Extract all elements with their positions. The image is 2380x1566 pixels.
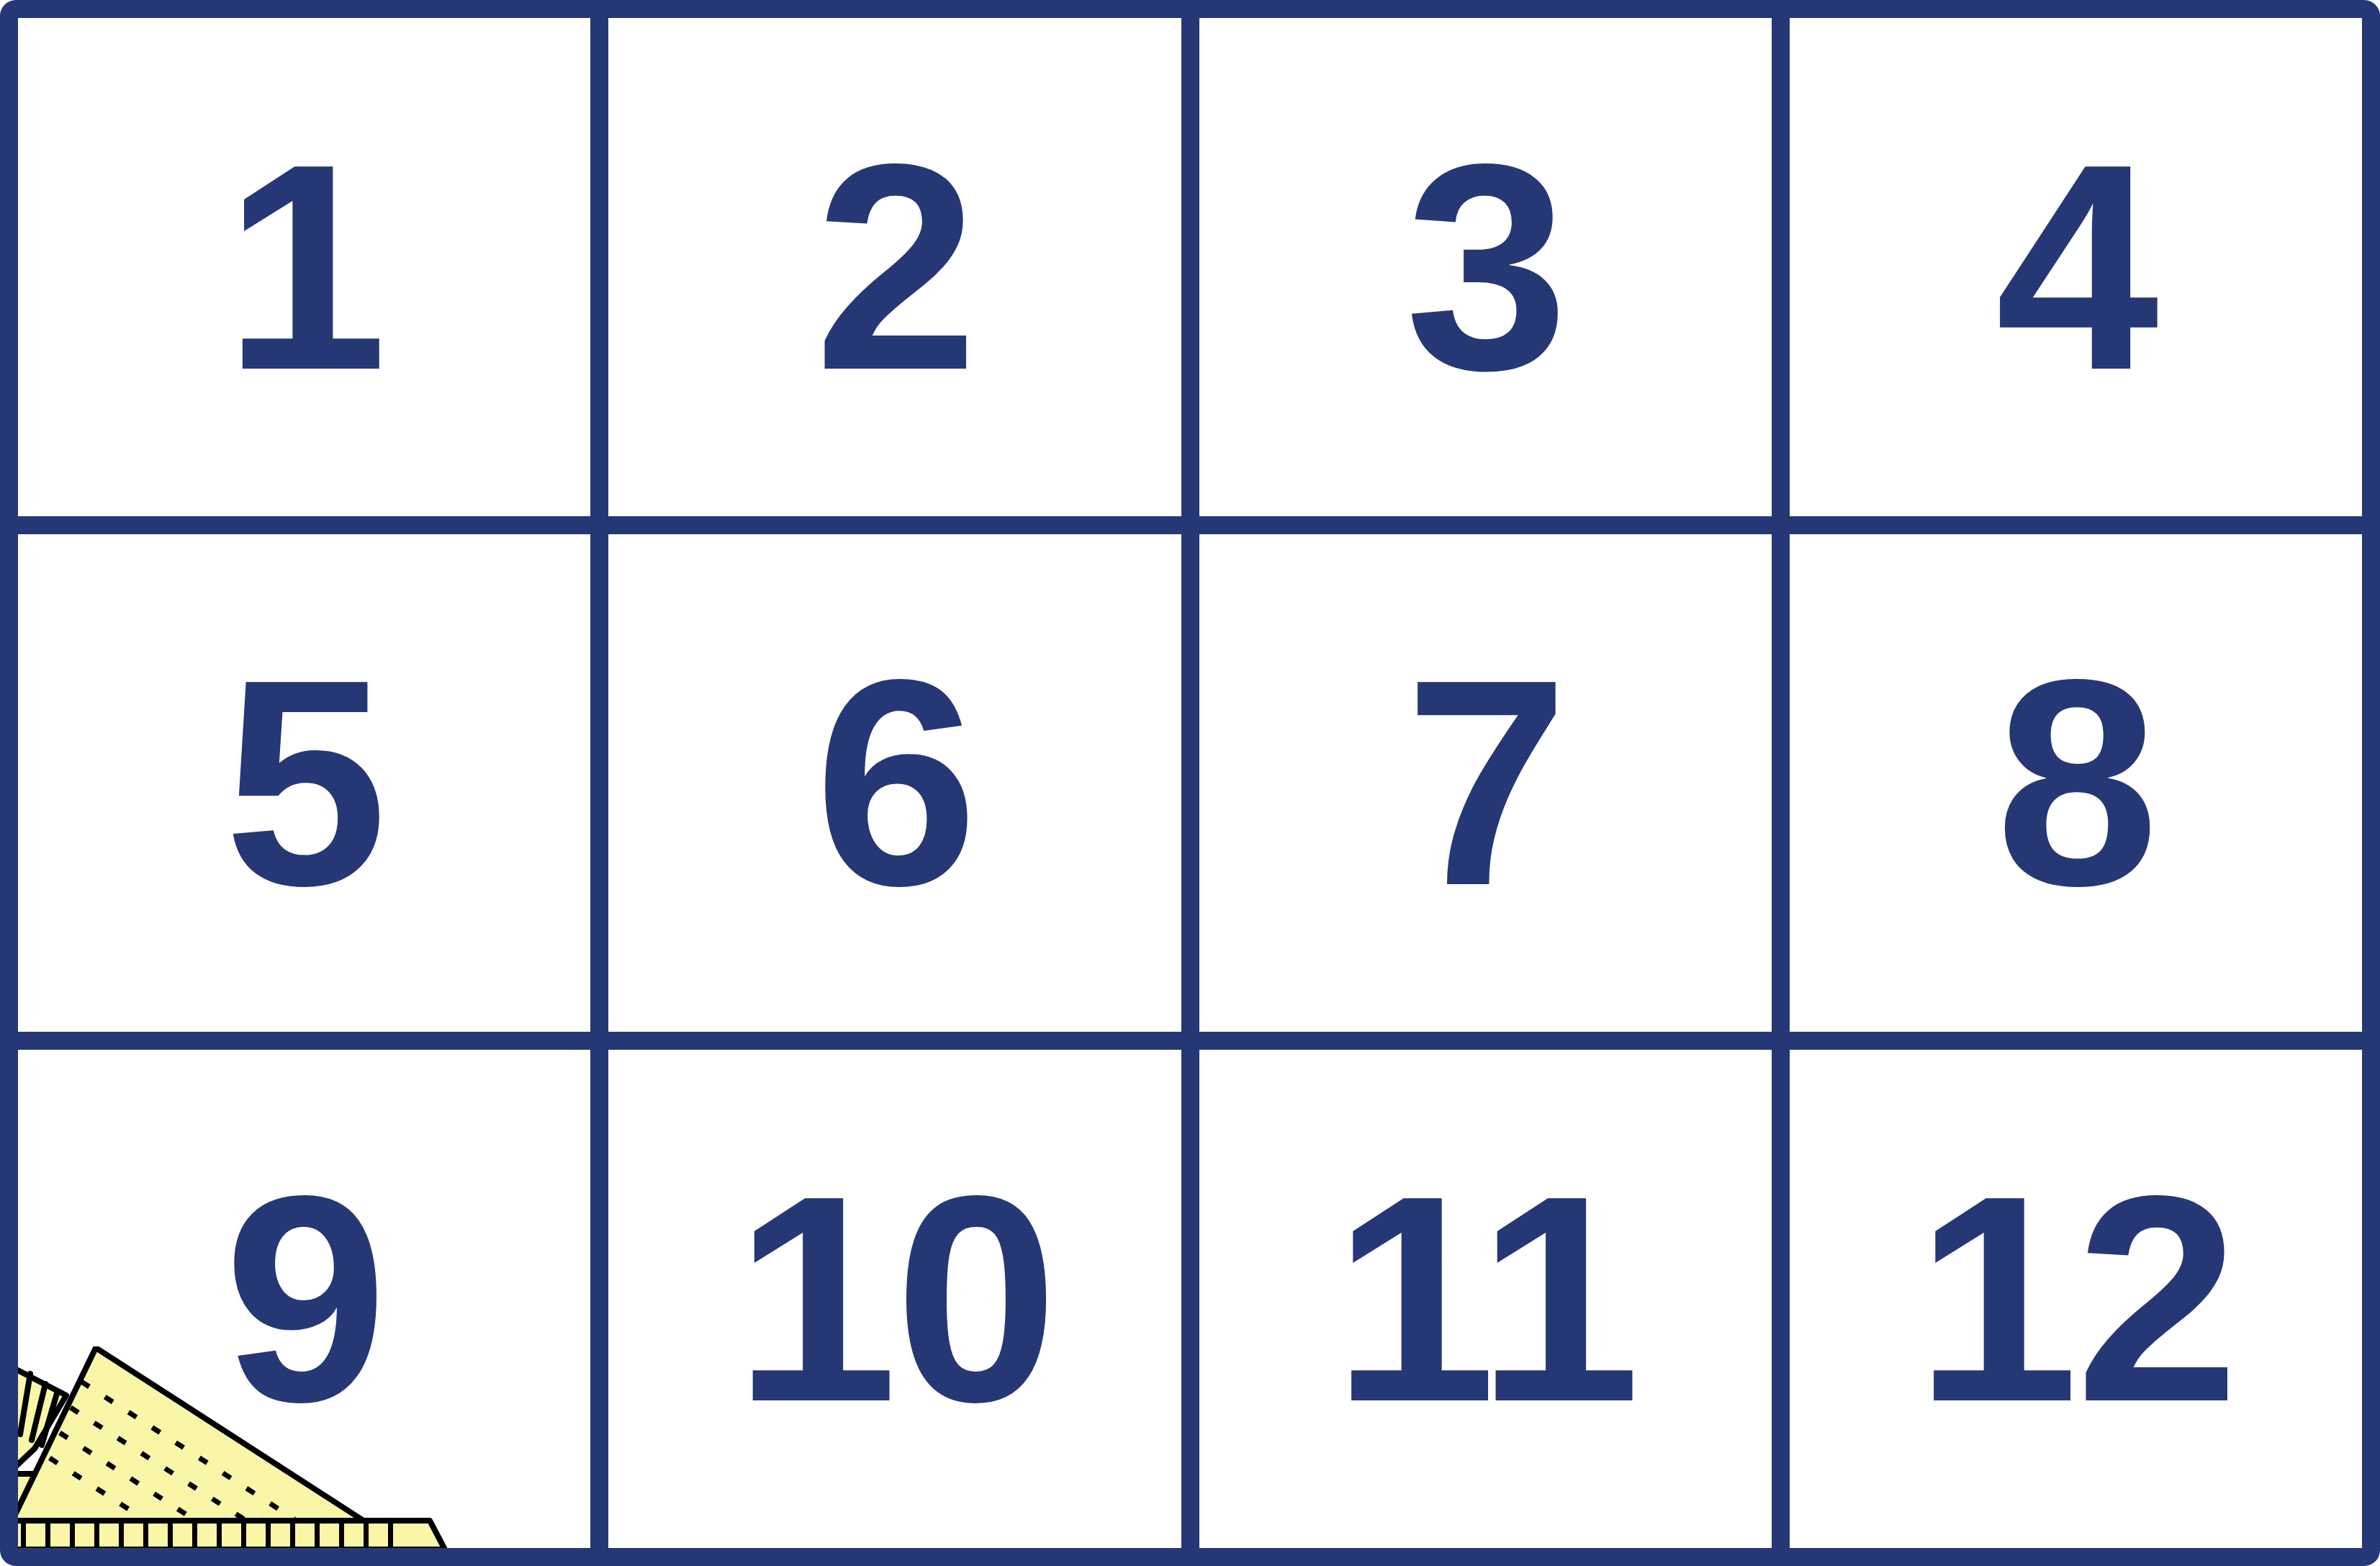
cell-7-number: 7 <box>1405 636 1566 930</box>
cell-2: 2 <box>608 18 1181 516</box>
number-board: 1 2 3 4 5 6 7 8 9 <box>0 0 2380 1566</box>
cell-10-number: 10 <box>734 1152 1055 1446</box>
number-grid: 1 2 3 4 5 6 7 8 9 <box>18 18 2362 1548</box>
cell-12-number: 12 <box>1915 1152 2236 1446</box>
cell-8: 8 <box>1790 534 2362 1032</box>
cell-1: 1 <box>18 18 590 516</box>
cell-3: 3 <box>1199 18 1772 516</box>
cell-4-number: 4 <box>1996 120 2156 414</box>
cell-5: 5 <box>18 534 590 1032</box>
cell-11-number: 11 <box>1333 1152 1637 1446</box>
cell-3-number: 3 <box>1405 120 1566 414</box>
cell-4: 4 <box>1790 18 2362 516</box>
cell-6: 6 <box>608 534 1181 1032</box>
cell-11: 11 <box>1199 1050 1772 1548</box>
cell-9: 9 <box>18 1050 590 1548</box>
cell-10: 10 <box>608 1050 1181 1548</box>
cell-1-number: 1 <box>224 120 384 414</box>
cell-5-number: 5 <box>224 636 384 930</box>
cell-2-number: 2 <box>814 120 975 414</box>
cell-12: 12 <box>1790 1050 2362 1548</box>
cell-6-number: 6 <box>814 636 975 930</box>
cell-9-number: 9 <box>224 1152 384 1446</box>
cell-8-number: 8 <box>1996 636 2156 930</box>
cell-7: 7 <box>1199 534 1772 1032</box>
